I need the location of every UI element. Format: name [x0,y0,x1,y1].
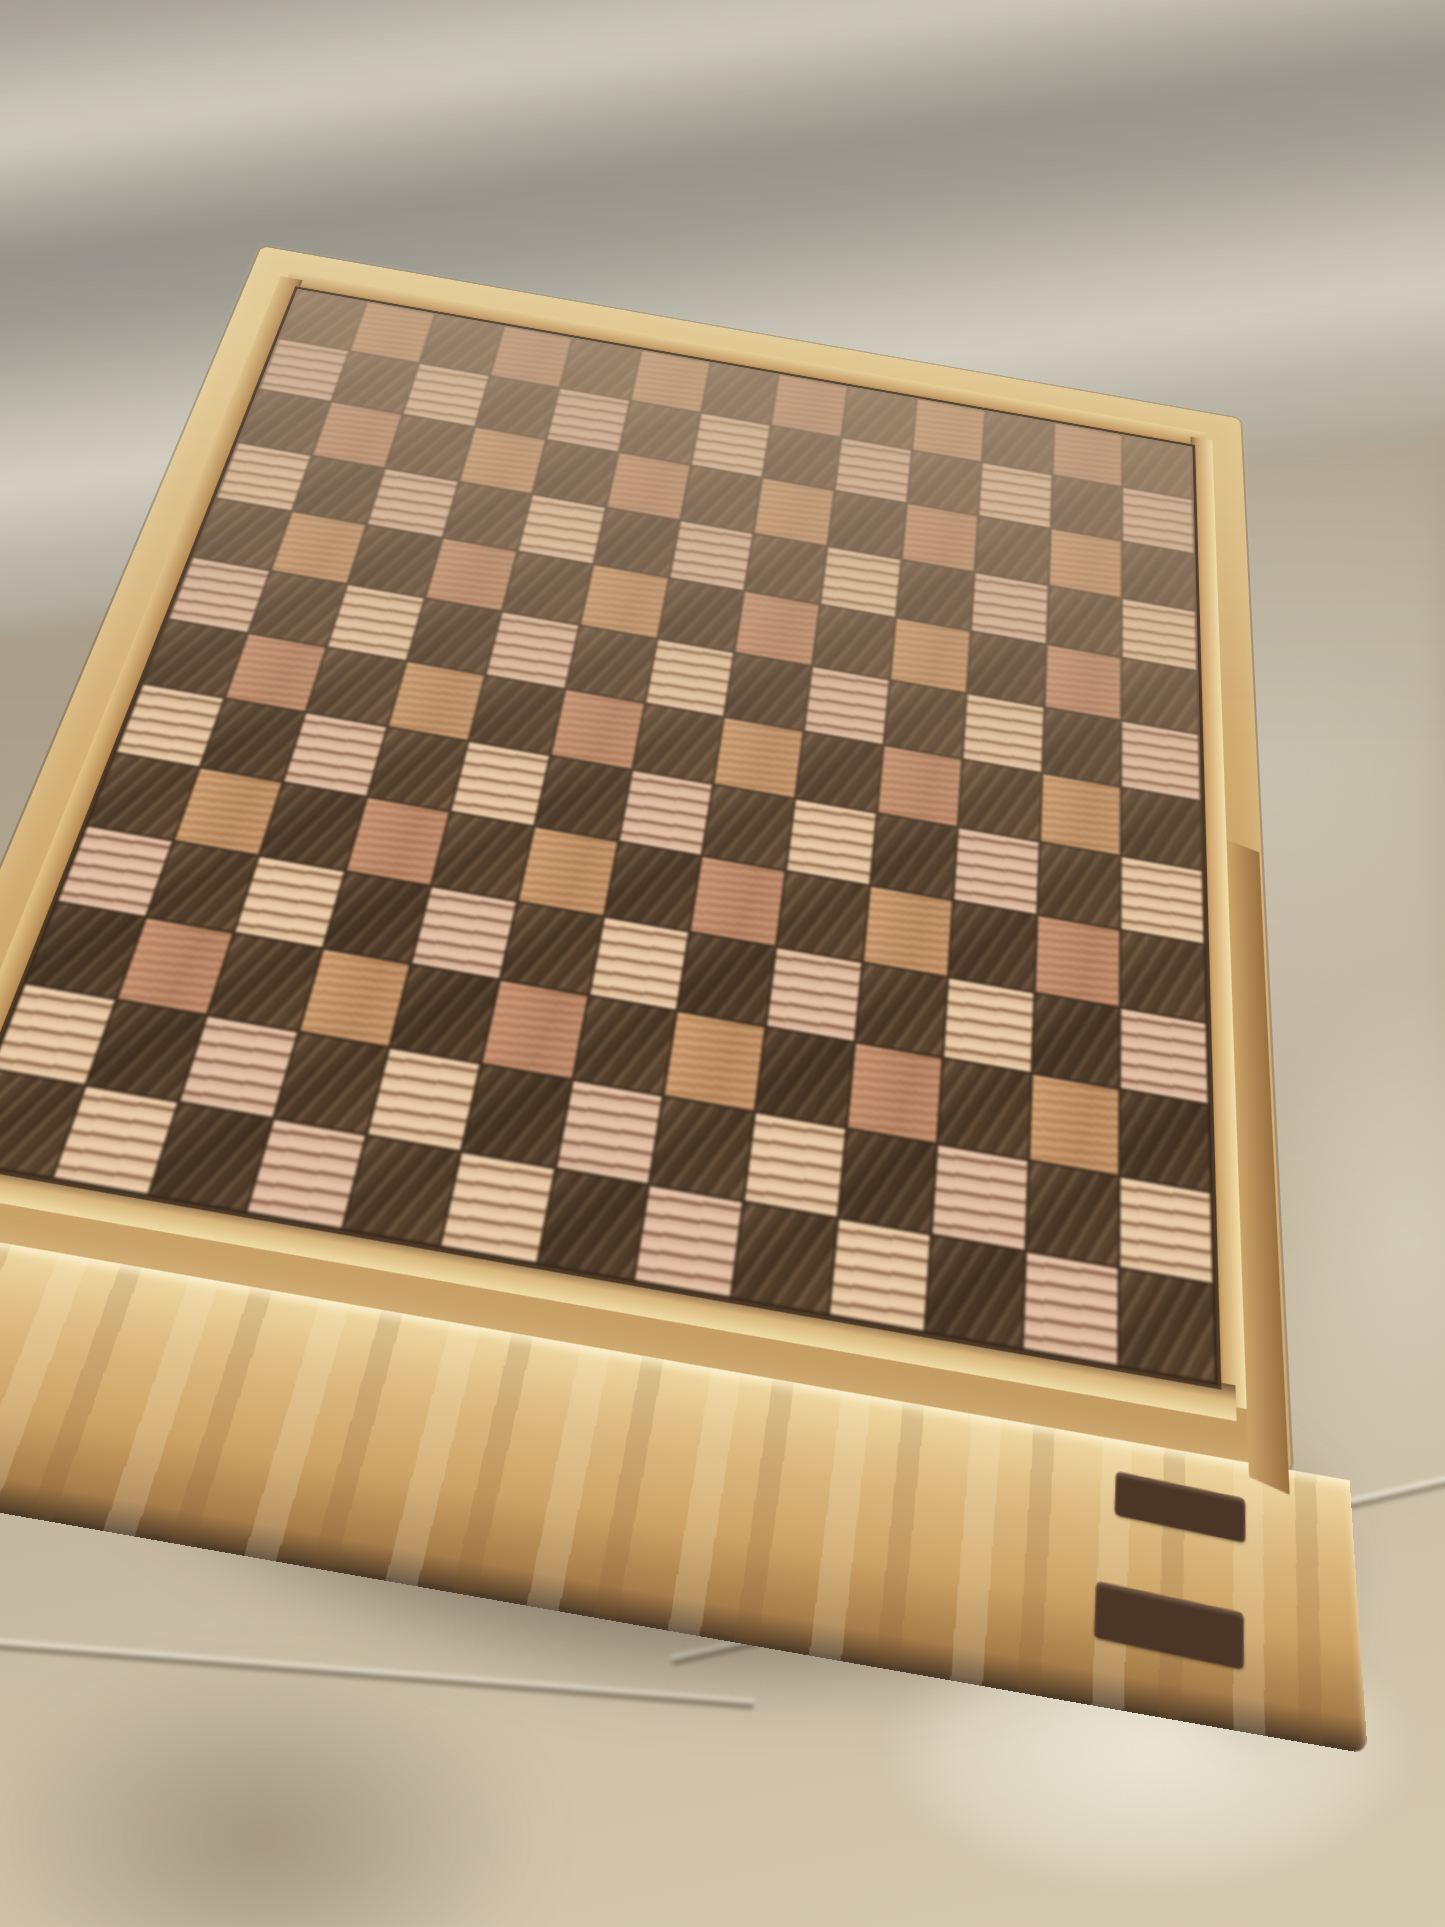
board-square [519,495,605,564]
board-square [635,1187,741,1296]
board-square [574,997,676,1094]
board-square [590,917,689,1009]
board-square [665,1012,764,1110]
board-square [501,902,602,994]
board-square [1043,708,1121,786]
board-square [959,760,1041,841]
board-square [829,1220,930,1331]
board-square [344,1137,459,1245]
board-square [328,585,423,659]
board-square [368,469,458,537]
board-square [691,857,784,945]
board-square [745,534,826,604]
board-square [389,662,485,740]
board-square [678,932,774,1025]
board-square [324,872,430,963]
board-square [605,842,701,930]
board-square [871,814,957,899]
board-square [595,508,679,577]
serving-tray [16,160,1297,1579]
board-square [944,978,1033,1072]
board-square [1038,843,1120,928]
board-square [552,690,644,769]
board-square [368,728,467,810]
board-square [1030,1075,1119,1175]
board-square [1047,586,1121,657]
board-square [736,592,819,665]
board-square [972,573,1047,643]
board-square [732,1203,835,1313]
board-square [1049,529,1121,597]
board-square [1121,1090,1210,1190]
board-square [433,813,533,900]
board-square [557,1081,663,1184]
board-square [1122,857,1203,943]
board-square [939,1059,1031,1158]
photo-frame [0,0,1445,1927]
board-square [536,757,631,840]
board-square [463,1065,571,1167]
board-square [1041,774,1121,855]
board-square [964,694,1044,771]
board-square [581,566,668,638]
board-square [519,827,617,914]
board-square [347,798,449,885]
board-square [813,606,894,679]
board-square [756,1028,853,1126]
board-square [408,599,501,674]
board-square [1123,599,1196,670]
board-square [896,560,973,630]
board-square [777,872,868,961]
board-square [349,526,441,597]
board-square [933,1145,1028,1250]
board-square [444,482,532,550]
board-square [386,415,473,480]
tray-plane [0,246,1304,1736]
board-square [1122,722,1199,800]
board-square [504,552,593,624]
board-square [487,613,578,688]
board-square [1036,916,1120,1006]
board-square [902,504,977,571]
board-square [633,704,723,784]
board-square [863,887,952,976]
board-square [828,491,905,558]
board-square [452,742,549,825]
board-square [1122,931,1206,1021]
board-square [1121,1177,1213,1283]
board-square [878,746,962,827]
board-square [470,676,564,755]
board-square [620,771,713,854]
board-square [483,981,588,1078]
board-square [369,1049,480,1151]
board-square [884,681,965,758]
board-square [1120,1270,1214,1382]
board-square [1033,993,1120,1088]
board-square [856,963,947,1057]
board-square [538,1170,647,1279]
board-square [805,667,888,744]
board-square [1121,1008,1207,1103]
board-square [767,948,861,1041]
board-square [745,1113,845,1217]
board-square [391,965,498,1062]
board-square [949,901,1035,990]
board-square [681,466,761,532]
board-square [821,547,900,617]
board-square [658,579,743,651]
board-square [1122,788,1201,870]
board-square [954,829,1038,914]
board-square [796,732,882,812]
board-square [847,1044,941,1143]
board-square [413,887,517,979]
board-square [703,786,793,870]
board-square [926,1236,1024,1347]
board-square [567,626,656,701]
board-square [968,632,1045,706]
board-square [715,718,803,798]
board-square [1123,542,1195,610]
board-square [534,441,618,507]
board-square [725,653,810,729]
board-square [1123,659,1198,733]
board-square [1023,1253,1118,1365]
board-square [839,1129,936,1233]
board-square [651,1097,754,1200]
board-square [890,619,969,692]
board-square [426,539,516,610]
board-square [670,521,753,590]
board-square [1027,1161,1119,1266]
board-square [787,800,875,884]
board-square [646,640,733,716]
board-square [1045,646,1121,720]
board-square [441,1153,553,1261]
